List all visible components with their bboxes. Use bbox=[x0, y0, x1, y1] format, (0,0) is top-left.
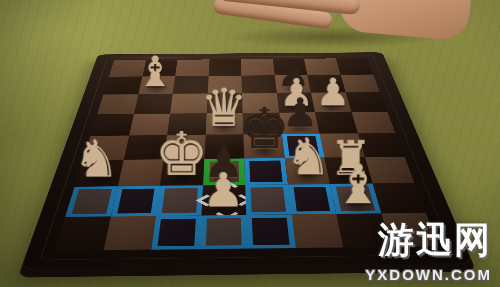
square-f1[interactable] bbox=[291, 214, 343, 248]
square-e2[interactable] bbox=[245, 184, 291, 214]
square-c3[interactable]: ♚ bbox=[160, 159, 204, 186]
watermark-site-url: YXDOWN.COM bbox=[365, 266, 492, 283]
square-a3[interactable]: ♞ bbox=[75, 160, 124, 187]
square-f2[interactable] bbox=[288, 184, 337, 214]
chess-game-screen: ♝♟♟♟♛♟♚♞♚♟♞♜♟♝ 游迅网 YXDOWN.COM bbox=[0, 0, 500, 287]
square-g1[interactable] bbox=[336, 213, 391, 247]
square-a6[interactable] bbox=[97, 94, 138, 114]
piece-white-pawn[interactable]: ♟ bbox=[203, 166, 245, 213]
chess-board: ♝♟♟♟♛♟♚♞♚♟♞♜♟♝ bbox=[21, 52, 473, 269]
square-b2[interactable] bbox=[111, 186, 160, 216]
square-f3[interactable]: ♞ bbox=[284, 157, 330, 184]
piece-white-pawn[interactable]: ♟ bbox=[316, 73, 350, 111]
square-b1[interactable] bbox=[103, 216, 156, 250]
piece-white-bishop[interactable]: ♝ bbox=[137, 51, 175, 93]
piece-white-king[interactable]: ♚ bbox=[155, 124, 209, 184]
board-squares-grid[interactable]: ♝♟♟♟♛♟♚♞♚♟♞♜♟♝ bbox=[55, 58, 439, 251]
square-h5[interactable] bbox=[351, 111, 395, 133]
square-e3[interactable] bbox=[244, 158, 287, 185]
square-a2[interactable] bbox=[65, 186, 117, 217]
square-a1[interactable] bbox=[55, 216, 111, 251]
square-e8[interactable] bbox=[241, 59, 275, 76]
piece-white-knight[interactable]: ♞ bbox=[73, 134, 119, 186]
square-g2[interactable]: ♝ bbox=[330, 184, 381, 214]
square-c8[interactable] bbox=[175, 59, 209, 76]
piece-white-knight[interactable]: ♞ bbox=[286, 132, 332, 183]
piece-black-king[interactable]: ♚ bbox=[239, 100, 290, 157]
piece-white-bishop[interactable]: ♝ bbox=[334, 158, 383, 212]
square-d5[interactable]: ♛ bbox=[205, 113, 243, 135]
square-d8[interactable] bbox=[208, 59, 241, 76]
square-h1[interactable] bbox=[381, 213, 438, 247]
square-b7[interactable]: ♝ bbox=[138, 76, 175, 94]
square-e4[interactable]: ♚ bbox=[243, 134, 284, 158]
square-h6[interactable] bbox=[345, 92, 387, 112]
square-c1[interactable] bbox=[151, 215, 201, 249]
square-e1[interactable] bbox=[246, 214, 295, 248]
square-b6[interactable] bbox=[134, 94, 173, 114]
square-d1[interactable] bbox=[199, 215, 247, 249]
square-d2[interactable]: ♟ bbox=[201, 185, 246, 215]
